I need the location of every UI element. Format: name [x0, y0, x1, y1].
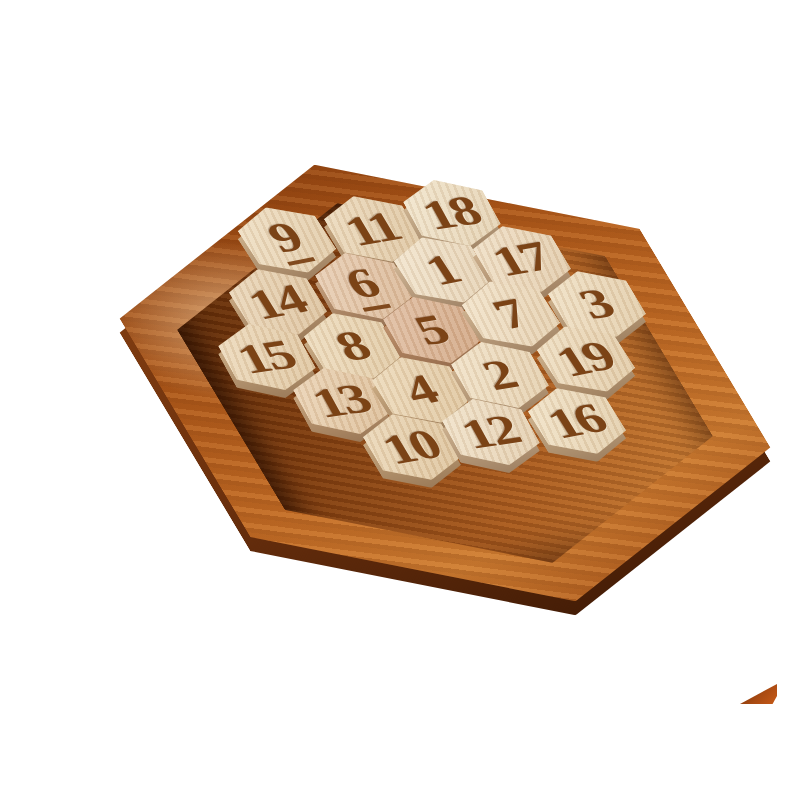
tile-number: 5 — [407, 307, 458, 354]
tile-number: 19 — [548, 332, 626, 384]
tile-number: 9 — [259, 214, 315, 266]
tile-number: 11 — [336, 204, 410, 255]
tile-number: 4 — [395, 367, 448, 414]
product-photo: 9 11 18 14 6 1 17 15 — [0, 0, 804, 804]
tile-number: 17 — [484, 234, 561, 286]
tile-number: 13 — [305, 376, 381, 427]
tile-number: 15 — [230, 332, 306, 383]
tile-number: 12 — [454, 406, 530, 457]
tile-number: 1 — [417, 247, 471, 295]
photo-corner-artifact — [740, 684, 777, 704]
tile-number: 16 — [539, 395, 616, 447]
tile-number: 10 — [374, 422, 451, 474]
tile-number: 18 — [415, 188, 491, 239]
tile-number: 2 — [475, 351, 526, 398]
tile-number: 14 — [240, 276, 317, 328]
tile-number: 3 — [571, 280, 623, 327]
tile-number: 6 — [337, 261, 391, 313]
tile-number: 8 — [327, 323, 380, 370]
tile-number: 7 — [485, 291, 539, 339]
